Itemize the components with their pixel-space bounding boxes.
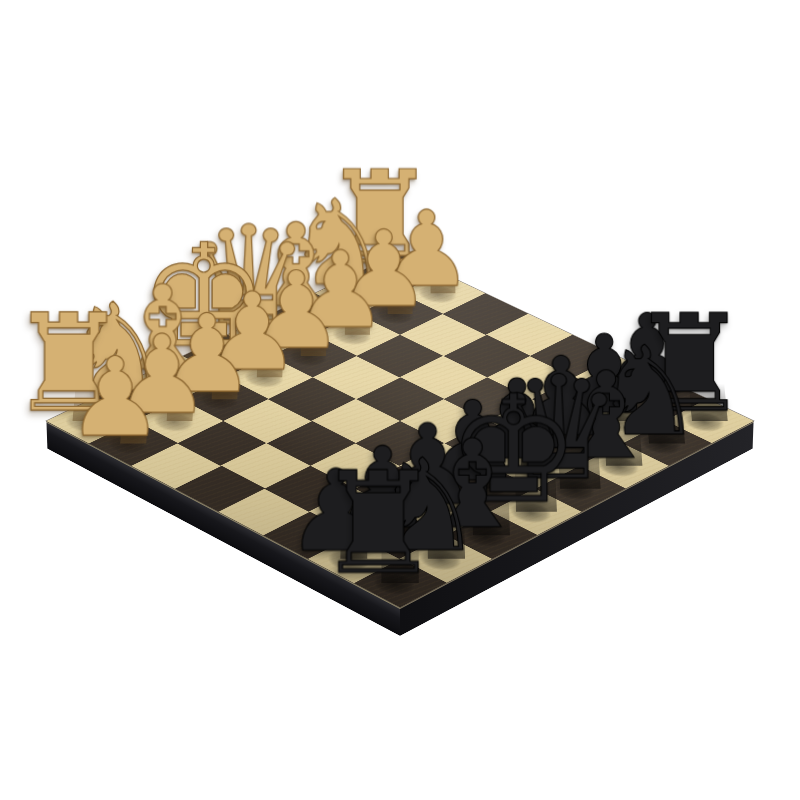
white-pawn[interactable]: ♟ [35,343,196,452]
square-h8[interactable]: ♜ [354,559,447,607]
chessboard: ♜♟♟♜♞♟♟♞♝♟♟♝♛♟♟♛♚♟♟♚♝♟♟♝♞♟♟♞♜♟♟♜ [46,253,753,607]
square-h2[interactable]: ♟ [89,421,178,466]
black-rook[interactable]: ♜ [294,454,462,595]
product-photo-scene: ♜♟♟♜♞♟♟♞♝♟♟♝♛♟♟♛♚♟♟♚♝♟♟♝♞♟♟♞♜♟♟♜ [0,0,800,800]
